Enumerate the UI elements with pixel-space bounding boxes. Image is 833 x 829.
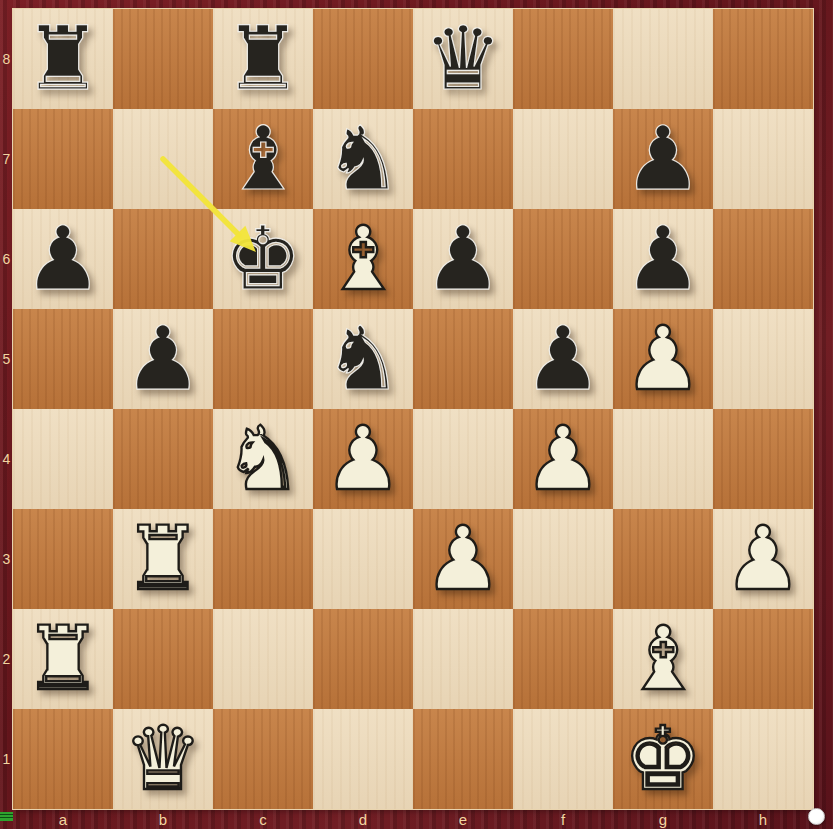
white-to-move-indicator <box>808 808 825 825</box>
square-d2[interactable] <box>313 609 413 709</box>
square-c7[interactable]: ♝ <box>213 109 313 209</box>
square-h8[interactable] <box>713 9 813 109</box>
square-f1[interactable] <box>513 709 613 809</box>
file-label-f: f <box>513 809 613 829</box>
rank-label-1: 1 <box>0 709 13 809</box>
square-b5[interactable]: ♟ <box>113 309 213 409</box>
square-e2[interactable] <box>413 609 513 709</box>
square-h6[interactable] <box>713 209 813 309</box>
square-a5[interactable] <box>13 309 113 409</box>
square-a3[interactable] <box>13 509 113 609</box>
square-h3[interactable]: ♟ <box>713 509 813 609</box>
square-d8[interactable] <box>313 9 413 109</box>
white-pawn-e3[interactable]: ♟ <box>413 509 513 609</box>
square-a7[interactable] <box>13 109 113 209</box>
square-a8[interactable]: ♜ <box>13 9 113 109</box>
black-pawn-g6[interactable]: ♟ <box>613 209 713 309</box>
square-d6[interactable]: ♝ <box>313 209 413 309</box>
white-pawn-g5[interactable]: ♟ <box>613 309 713 409</box>
square-e5[interactable] <box>413 309 513 409</box>
white-rook-b3[interactable]: ♜ <box>113 509 213 609</box>
rank-label-2: 2 <box>0 609 13 709</box>
square-g4[interactable] <box>613 409 713 509</box>
rank-label-3: 3 <box>0 509 13 609</box>
square-g8[interactable] <box>613 9 713 109</box>
rank-label-7: 7 <box>0 109 13 209</box>
black-pawn-e6[interactable]: ♟ <box>413 209 513 309</box>
black-king-c6[interactable]: ♚ <box>213 209 313 309</box>
square-f5[interactable]: ♟ <box>513 309 613 409</box>
square-b8[interactable] <box>113 9 213 109</box>
square-b7[interactable] <box>113 109 213 209</box>
black-pawn-b5[interactable]: ♟ <box>113 309 213 409</box>
square-e6[interactable]: ♟ <box>413 209 513 309</box>
file-label-b: b <box>113 809 213 829</box>
square-f2[interactable] <box>513 609 613 709</box>
square-a2[interactable]: ♜ <box>13 609 113 709</box>
chessboard-window: 87654321 ♜♜♛♝♞♟♟♚♝♟♟♟♞♟♟♞♟♟♜♟♟♜♝♛♚ abcde… <box>0 0 833 829</box>
rank-label-8: 8 <box>0 9 13 109</box>
black-bishop-c7[interactable]: ♝ <box>213 109 313 209</box>
file-label-h: h <box>713 809 813 829</box>
square-h1[interactable] <box>713 709 813 809</box>
square-f4[interactable]: ♟ <box>513 409 613 509</box>
white-pawn-h3[interactable]: ♟ <box>713 509 813 609</box>
white-pawn-f4[interactable]: ♟ <box>513 409 613 509</box>
square-b6[interactable] <box>113 209 213 309</box>
file-label-g: g <box>613 809 713 829</box>
white-queen-b1[interactable]: ♛ <box>113 709 213 809</box>
white-king-g1[interactable]: ♚ <box>613 709 713 809</box>
square-g6[interactable]: ♟ <box>613 209 713 309</box>
black-queen-e8[interactable]: ♛ <box>413 9 513 109</box>
square-c3[interactable] <box>213 509 313 609</box>
rank-label-5: 5 <box>0 309 13 409</box>
white-bishop-d6[interactable]: ♝ <box>313 209 413 309</box>
file-label-d: d <box>313 809 413 829</box>
black-pawn-a6[interactable]: ♟ <box>13 209 113 309</box>
square-g1[interactable]: ♚ <box>613 709 713 809</box>
square-h5[interactable] <box>713 309 813 409</box>
square-g7[interactable]: ♟ <box>613 109 713 209</box>
black-rook-a8[interactable]: ♜ <box>13 9 113 109</box>
black-pawn-f5[interactable]: ♟ <box>513 309 613 409</box>
square-f8[interactable] <box>513 9 613 109</box>
white-bishop-g2[interactable]: ♝ <box>613 609 713 709</box>
black-knight-d7[interactable]: ♞ <box>313 109 413 209</box>
file-label-e: e <box>413 809 513 829</box>
file-label-a: a <box>13 809 113 829</box>
square-b1[interactable]: ♛ <box>113 709 213 809</box>
square-d4[interactable]: ♟ <box>313 409 413 509</box>
square-g2[interactable]: ♝ <box>613 609 713 709</box>
square-c8[interactable]: ♜ <box>213 9 313 109</box>
square-b3[interactable]: ♜ <box>113 509 213 609</box>
square-c5[interactable] <box>213 309 313 409</box>
square-e8[interactable]: ♛ <box>413 9 513 109</box>
rank-label-4: 4 <box>0 409 13 509</box>
square-d5[interactable]: ♞ <box>313 309 413 409</box>
square-e7[interactable] <box>413 109 513 209</box>
square-d3[interactable] <box>313 509 413 609</box>
square-h7[interactable] <box>713 109 813 209</box>
file-label-c: c <box>213 809 313 829</box>
square-e3[interactable]: ♟ <box>413 509 513 609</box>
square-e1[interactable] <box>413 709 513 809</box>
green-corner-logo <box>0 812 13 821</box>
square-d1[interactable] <box>313 709 413 809</box>
square-c1[interactable] <box>213 709 313 809</box>
rank-label-6: 6 <box>0 209 13 309</box>
chess-board: ♜♜♛♝♞♟♟♚♝♟♟♟♞♟♟♞♟♟♜♟♟♜♝♛♚ <box>13 9 813 809</box>
square-f3[interactable] <box>513 509 613 609</box>
square-a4[interactable] <box>13 409 113 509</box>
square-h2[interactable] <box>713 609 813 709</box>
square-b4[interactable] <box>113 409 213 509</box>
square-g3[interactable] <box>613 509 713 609</box>
square-b2[interactable] <box>113 609 213 709</box>
square-h4[interactable] <box>713 409 813 509</box>
black-knight-d5[interactable]: ♞ <box>313 309 413 409</box>
square-c4[interactable]: ♞ <box>213 409 313 509</box>
black-rook-c8[interactable]: ♜ <box>213 9 313 109</box>
square-f6[interactable] <box>513 209 613 309</box>
square-d7[interactable]: ♞ <box>313 109 413 209</box>
white-pawn-d4[interactable]: ♟ <box>313 409 413 509</box>
square-c2[interactable] <box>213 609 313 709</box>
black-pawn-g7[interactable]: ♟ <box>613 109 713 209</box>
square-f7[interactable] <box>513 109 613 209</box>
square-a1[interactable] <box>13 709 113 809</box>
square-a6[interactable]: ♟ <box>13 209 113 309</box>
square-g5[interactable]: ♟ <box>613 309 713 409</box>
white-rook-a2[interactable]: ♜ <box>13 609 113 709</box>
white-knight-c4[interactable]: ♞ <box>213 409 313 509</box>
square-c6[interactable]: ♚ <box>213 209 313 309</box>
square-e4[interactable] <box>413 409 513 509</box>
file-labels: abcdefgh <box>13 809 813 829</box>
rank-labels: 87654321 <box>0 9 13 809</box>
